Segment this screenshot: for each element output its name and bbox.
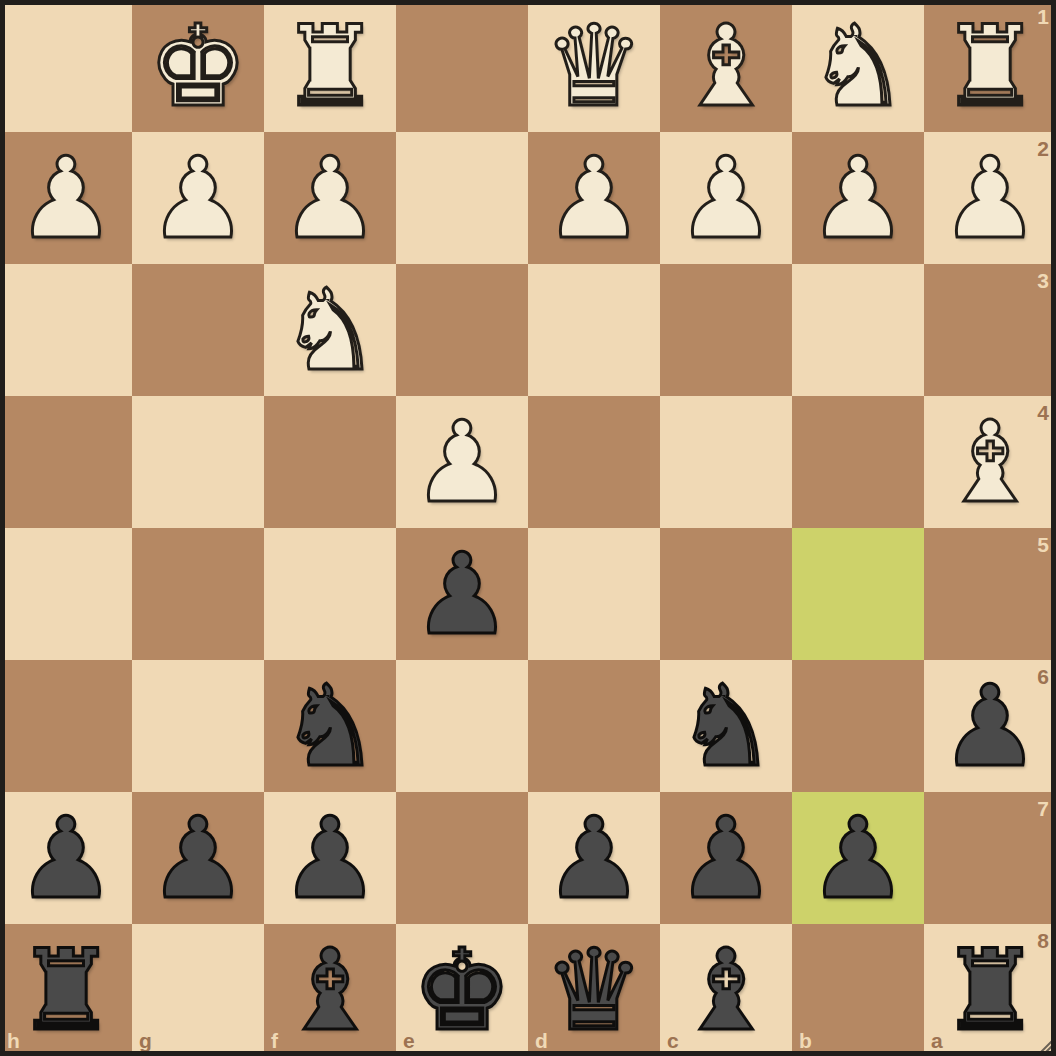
square-h3[interactable]: [0, 264, 132, 396]
square-b5[interactable]: [792, 528, 924, 660]
square-h8[interactable]: ♜h: [0, 924, 132, 1056]
black-pawn[interactable]: ♟: [676, 792, 776, 924]
square-h5[interactable]: [0, 528, 132, 660]
square-c7[interactable]: ♟: [660, 792, 792, 924]
square-c2[interactable]: ♟: [660, 132, 792, 264]
square-e4[interactable]: ♟: [396, 396, 528, 528]
rank-label-7: 7: [1037, 798, 1049, 819]
black-pawn[interactable]: ♟: [280, 792, 380, 924]
white-pawn[interactable]: ♟: [16, 132, 116, 264]
square-a2[interactable]: ♟2: [924, 132, 1056, 264]
square-b1[interactable]: ♞: [792, 0, 924, 132]
white-rook[interactable]: ♜: [940, 0, 1040, 132]
square-f4[interactable]: [264, 396, 396, 528]
square-a7[interactable]: 7: [924, 792, 1056, 924]
white-knight[interactable]: ♞: [280, 264, 380, 396]
black-pawn[interactable]: ♟: [808, 792, 908, 924]
square-g8[interactable]: g: [132, 924, 264, 1056]
square-e5[interactable]: ♟: [396, 528, 528, 660]
file-label-g: g: [139, 1030, 152, 1051]
square-h1[interactable]: [0, 0, 132, 132]
square-a3[interactable]: 3: [924, 264, 1056, 396]
square-a4[interactable]: ♝4: [924, 396, 1056, 528]
square-c1[interactable]: ♝: [660, 0, 792, 132]
black-pawn[interactable]: ♟: [412, 528, 512, 660]
white-pawn[interactable]: ♟: [280, 132, 380, 264]
white-pawn[interactable]: ♟: [412, 396, 512, 528]
black-pawn[interactable]: ♟: [148, 792, 248, 924]
square-d6[interactable]: [528, 660, 660, 792]
square-g4[interactable]: [132, 396, 264, 528]
square-c8[interactable]: ♝c: [660, 924, 792, 1056]
square-h4[interactable]: [0, 396, 132, 528]
file-label-b: b: [799, 1030, 812, 1051]
black-bishop[interactable]: ♝: [280, 924, 380, 1056]
square-h7[interactable]: ♟: [0, 792, 132, 924]
square-e8[interactable]: ♚e: [396, 924, 528, 1056]
square-d1[interactable]: ♛: [528, 0, 660, 132]
white-king[interactable]: ♚: [148, 0, 248, 132]
square-f2[interactable]: ♟: [264, 132, 396, 264]
square-b4[interactable]: [792, 396, 924, 528]
black-bishop[interactable]: ♝: [676, 924, 776, 1056]
square-f7[interactable]: ♟: [264, 792, 396, 924]
square-g1[interactable]: ♚: [132, 0, 264, 132]
black-rook[interactable]: ♜: [940, 924, 1040, 1056]
square-d2[interactable]: ♟: [528, 132, 660, 264]
black-pawn[interactable]: ♟: [16, 792, 116, 924]
square-e2[interactable]: [396, 132, 528, 264]
square-a8[interactable]: ♜8a: [924, 924, 1056, 1056]
square-c3[interactable]: [660, 264, 792, 396]
black-knight[interactable]: ♞: [676, 660, 776, 792]
black-king[interactable]: ♚: [412, 924, 512, 1056]
square-h6[interactable]: [0, 660, 132, 792]
square-d7[interactable]: ♟: [528, 792, 660, 924]
square-g5[interactable]: [132, 528, 264, 660]
square-a5[interactable]: 5: [924, 528, 1056, 660]
square-e1[interactable]: [396, 0, 528, 132]
board-resize-handle[interactable]: [1034, 1034, 1054, 1054]
square-e6[interactable]: [396, 660, 528, 792]
square-h2[interactable]: ♟: [0, 132, 132, 264]
square-b8[interactable]: b: [792, 924, 924, 1056]
white-bishop[interactable]: ♝: [940, 396, 1040, 528]
square-f8[interactable]: ♝f: [264, 924, 396, 1056]
square-a1[interactable]: ♜1: [924, 0, 1056, 132]
white-pawn[interactable]: ♟: [148, 132, 248, 264]
square-d4[interactable]: [528, 396, 660, 528]
black-rook[interactable]: ♜: [16, 924, 116, 1056]
square-f5[interactable]: [264, 528, 396, 660]
square-b3[interactable]: [792, 264, 924, 396]
black-queen[interactable]: ♛: [544, 924, 644, 1056]
white-knight[interactable]: ♞: [808, 0, 908, 132]
square-d5[interactable]: [528, 528, 660, 660]
black-pawn[interactable]: ♟: [544, 792, 644, 924]
square-a6[interactable]: ♟6: [924, 660, 1056, 792]
square-e3[interactable]: [396, 264, 528, 396]
square-g7[interactable]: ♟: [132, 792, 264, 924]
square-b7[interactable]: ♟: [792, 792, 924, 924]
white-queen[interactable]: ♛: [544, 0, 644, 132]
square-f6[interactable]: ♞: [264, 660, 396, 792]
square-b2[interactable]: ♟: [792, 132, 924, 264]
square-g3[interactable]: [132, 264, 264, 396]
square-d8[interactable]: ♛d: [528, 924, 660, 1056]
rank-label-3: 3: [1037, 270, 1049, 291]
white-pawn[interactable]: ♟: [544, 132, 644, 264]
square-f1[interactable]: ♜: [264, 0, 396, 132]
square-g6[interactable]: [132, 660, 264, 792]
white-rook[interactable]: ♜: [280, 0, 380, 132]
square-e7[interactable]: [396, 792, 528, 924]
file-label-f: f: [271, 1030, 278, 1051]
square-g2[interactable]: ♟: [132, 132, 264, 264]
square-f3[interactable]: ♞: [264, 264, 396, 396]
square-c5[interactable]: [660, 528, 792, 660]
square-c4[interactable]: [660, 396, 792, 528]
square-b6[interactable]: [792, 660, 924, 792]
white-pawn[interactable]: ♟: [940, 132, 1040, 264]
chess-board: ♚♜♛♝♞♜1♟♟♟♟♟♟♟2♞3♟♝4♟5♞♞♟6♟♟♟♟♟♟7♜hg♝f♚e…: [0, 0, 1056, 1056]
rank-label-5: 5: [1037, 534, 1049, 555]
square-d3[interactable]: [528, 264, 660, 396]
white-bishop[interactable]: ♝: [676, 0, 776, 132]
square-c6[interactable]: ♞: [660, 660, 792, 792]
chess-board-stage: ♚♜♛♝♞♜1♟♟♟♟♟♟♟2♞3♟♝4♟5♞♞♟6♟♟♟♟♟♟7♜hg♝f♚e…: [0, 0, 1056, 1056]
white-pawn[interactable]: ♟: [676, 132, 776, 264]
black-knight[interactable]: ♞: [280, 660, 380, 792]
black-pawn[interactable]: ♟: [940, 660, 1040, 792]
white-pawn[interactable]: ♟: [808, 132, 908, 264]
